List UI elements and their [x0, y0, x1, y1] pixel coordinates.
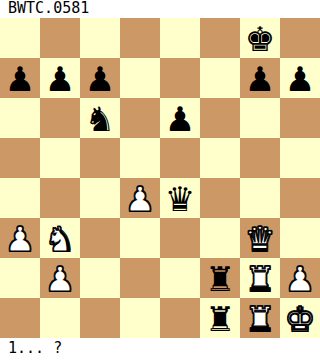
square-f2[interactable]: ♜ — [200, 258, 240, 298]
square-h3[interactable] — [280, 218, 320, 258]
square-h4[interactable] — [280, 178, 320, 218]
square-d4[interactable]: ♟ — [120, 178, 160, 218]
white-queen-icon: ♛ — [245, 220, 275, 258]
square-d6[interactable] — [120, 98, 160, 138]
white-rook-icon: ♜ — [245, 260, 275, 298]
square-e1[interactable] — [160, 298, 200, 338]
black-rook-icon: ♜ — [205, 300, 235, 338]
square-f1[interactable]: ♜ — [200, 298, 240, 338]
square-e7[interactable] — [160, 58, 200, 98]
square-e4[interactable]: ♛ — [160, 178, 200, 218]
square-c5[interactable] — [80, 138, 120, 178]
square-b1[interactable] — [40, 298, 80, 338]
black-king-icon: ♚ — [245, 20, 275, 58]
square-g8[interactable]: ♚ — [240, 18, 280, 58]
square-a8[interactable] — [0, 18, 40, 58]
square-g1[interactable]: ♜ — [240, 298, 280, 338]
square-c2[interactable] — [80, 258, 120, 298]
square-d8[interactable] — [120, 18, 160, 58]
square-a5[interactable] — [0, 138, 40, 178]
square-f3[interactable] — [200, 218, 240, 258]
black-pawn-icon: ♟ — [45, 60, 75, 98]
square-c8[interactable] — [80, 18, 120, 58]
black-pawn-icon: ♟ — [85, 60, 115, 98]
square-b6[interactable] — [40, 98, 80, 138]
square-d7[interactable] — [120, 58, 160, 98]
square-b5[interactable] — [40, 138, 80, 178]
white-pawn-icon: ♟ — [125, 180, 155, 218]
square-a1[interactable] — [0, 298, 40, 338]
black-knight-icon: ♞ — [85, 100, 115, 138]
white-pawn-icon: ♟ — [45, 260, 75, 298]
square-a2[interactable] — [0, 258, 40, 298]
square-a6[interactable] — [0, 98, 40, 138]
black-pawn-icon: ♟ — [5, 60, 35, 98]
square-b3[interactable]: ♞ — [40, 218, 80, 258]
square-f6[interactable] — [200, 98, 240, 138]
white-rook-icon: ♜ — [245, 300, 275, 338]
chess-diagram-app: BWTC.0581 ♚♟♟♟♟♟♞♟♟♛♟♞♛♟♜♜♟♜♜♚ 1... ? — [0, 0, 320, 360]
square-c1[interactable] — [80, 298, 120, 338]
square-g2[interactable]: ♜ — [240, 258, 280, 298]
chess-board: ♚♟♟♟♟♟♞♟♟♛♟♞♛♟♜♜♟♜♜♚ — [0, 18, 320, 338]
square-c4[interactable] — [80, 178, 120, 218]
white-pawn-icon: ♟ — [5, 220, 35, 258]
square-d3[interactable] — [120, 218, 160, 258]
white-knight-icon: ♞ — [45, 220, 75, 258]
black-queen-icon: ♛ — [165, 180, 195, 218]
square-h1[interactable]: ♚ — [280, 298, 320, 338]
square-d1[interactable] — [120, 298, 160, 338]
square-e5[interactable] — [160, 138, 200, 178]
square-f7[interactable] — [200, 58, 240, 98]
square-h7[interactable]: ♟ — [280, 58, 320, 98]
black-pawn-icon: ♟ — [165, 100, 195, 138]
square-b8[interactable] — [40, 18, 80, 58]
square-e3[interactable] — [160, 218, 200, 258]
black-pawn-icon: ♟ — [285, 60, 315, 98]
black-pawn-icon: ♟ — [245, 60, 275, 98]
square-g6[interactable] — [240, 98, 280, 138]
move-prompt: 1... ? — [0, 338, 320, 360]
black-rook-icon: ♜ — [205, 260, 235, 298]
square-e8[interactable] — [160, 18, 200, 58]
square-g7[interactable]: ♟ — [240, 58, 280, 98]
square-f5[interactable] — [200, 138, 240, 178]
square-c7[interactable]: ♟ — [80, 58, 120, 98]
square-a4[interactable] — [0, 178, 40, 218]
square-d2[interactable] — [120, 258, 160, 298]
square-b7[interactable]: ♟ — [40, 58, 80, 98]
square-h6[interactable] — [280, 98, 320, 138]
white-king-icon: ♚ — [285, 300, 315, 338]
square-b2[interactable]: ♟ — [40, 258, 80, 298]
square-f4[interactable] — [200, 178, 240, 218]
square-g5[interactable] — [240, 138, 280, 178]
square-e2[interactable] — [160, 258, 200, 298]
square-g4[interactable] — [240, 178, 280, 218]
square-a7[interactable]: ♟ — [0, 58, 40, 98]
square-h8[interactable] — [280, 18, 320, 58]
white-pawn-icon: ♟ — [285, 260, 315, 298]
page-title: BWTC.0581 — [0, 0, 320, 18]
square-b4[interactable] — [40, 178, 80, 218]
square-g3[interactable]: ♛ — [240, 218, 280, 258]
square-h2[interactable]: ♟ — [280, 258, 320, 298]
square-d5[interactable] — [120, 138, 160, 178]
square-c3[interactable] — [80, 218, 120, 258]
square-c6[interactable]: ♞ — [80, 98, 120, 138]
square-e6[interactable]: ♟ — [160, 98, 200, 138]
square-a3[interactable]: ♟ — [0, 218, 40, 258]
square-f8[interactable] — [200, 18, 240, 58]
square-h5[interactable] — [280, 138, 320, 178]
